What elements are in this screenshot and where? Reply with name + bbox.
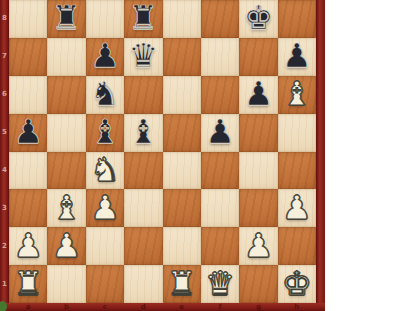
black-queen-d7[interactable]: ♛ xyxy=(129,39,159,72)
square-b3[interactable]: ♝ xyxy=(47,189,85,227)
square-b6[interactable] xyxy=(47,76,85,114)
square-d1[interactable] xyxy=(124,265,162,303)
file-label-b: b xyxy=(47,303,85,311)
white-king-h1[interactable]: ♚ xyxy=(282,267,312,300)
corner-indicator-dot xyxy=(0,301,7,311)
square-b7[interactable] xyxy=(47,38,85,76)
file-label-a: a xyxy=(9,303,47,311)
square-e8[interactable] xyxy=(163,0,201,38)
file-labels: abcdefgh xyxy=(9,303,316,311)
square-d8[interactable]: ♜ xyxy=(124,0,162,38)
square-g8[interactable]: ♚ xyxy=(239,0,277,38)
square-e2[interactable] xyxy=(163,227,201,265)
square-d3[interactable] xyxy=(124,189,162,227)
white-knight-c4[interactable]: ♞ xyxy=(90,153,120,186)
file-label-g: g xyxy=(239,303,277,311)
square-g3[interactable] xyxy=(239,189,277,227)
rank-label-6: 6 xyxy=(0,76,9,114)
black-bishop-d5[interactable]: ♝ xyxy=(129,115,159,148)
white-queen-f1[interactable]: ♛ xyxy=(205,267,235,300)
square-a8[interactable] xyxy=(9,0,47,38)
square-c3[interactable]: ♟ xyxy=(86,189,124,227)
rank-label-3: 3 xyxy=(0,189,9,227)
file-label-d: d xyxy=(124,303,162,311)
black-rook-b8[interactable]: ♜ xyxy=(52,1,82,34)
square-g7[interactable] xyxy=(239,38,277,76)
square-f8[interactable] xyxy=(201,0,239,38)
square-b5[interactable] xyxy=(47,114,85,152)
white-pawn-g2[interactable]: ♟ xyxy=(244,229,274,262)
black-king-g8[interactable]: ♚ xyxy=(244,1,274,34)
square-h5[interactable] xyxy=(278,114,316,152)
black-pawn-g6[interactable]: ♟ xyxy=(244,77,274,110)
square-f2[interactable] xyxy=(201,227,239,265)
square-a1[interactable]: ♜ xyxy=(9,265,47,303)
square-h2[interactable] xyxy=(278,227,316,265)
rank-label-8: 8 xyxy=(0,0,9,38)
square-c2[interactable] xyxy=(86,227,124,265)
square-a6[interactable] xyxy=(9,76,47,114)
white-pawn-h3[interactable]: ♟ xyxy=(282,191,312,224)
square-d7[interactable]: ♛ xyxy=(124,38,162,76)
white-rook-a1[interactable]: ♜ xyxy=(13,267,43,300)
black-bishop-c5[interactable]: ♝ xyxy=(90,115,120,148)
square-d2[interactable] xyxy=(124,227,162,265)
rank-labels: 87654321 xyxy=(0,0,9,303)
square-a2[interactable]: ♟ xyxy=(9,227,47,265)
chess-board-screenshot: 87654321 abcdefgh ♜♜♚♟♛♟♞♟♝♟♝♝♟♞♝♟♟♟♟♟♜♜… xyxy=(0,0,414,311)
square-a7[interactable] xyxy=(9,38,47,76)
white-bishop-h6[interactable]: ♝ xyxy=(282,77,312,110)
chess-board[interactable]: ♜♜♚♟♛♟♞♟♝♟♝♝♟♞♝♟♟♟♟♟♜♜♛♚ xyxy=(9,0,316,303)
square-c5[interactable]: ♝ xyxy=(86,114,124,152)
rank-label-4: 4 xyxy=(0,152,9,190)
square-h7[interactable]: ♟ xyxy=(278,38,316,76)
rank-label-5: 5 xyxy=(0,114,9,152)
square-c6[interactable]: ♞ xyxy=(86,76,124,114)
white-pawn-b2[interactable]: ♟ xyxy=(52,229,82,262)
black-pawn-a5[interactable]: ♟ xyxy=(13,115,43,148)
square-b8[interactable]: ♜ xyxy=(47,0,85,38)
rank-label-1: 1 xyxy=(0,265,9,303)
square-c1[interactable] xyxy=(86,265,124,303)
square-d4[interactable] xyxy=(124,152,162,190)
square-d5[interactable]: ♝ xyxy=(124,114,162,152)
square-h3[interactable]: ♟ xyxy=(278,189,316,227)
square-f4[interactable] xyxy=(201,152,239,190)
black-pawn-c7[interactable]: ♟ xyxy=(90,39,120,72)
square-h6[interactable]: ♝ xyxy=(278,76,316,114)
rank-label-7: 7 xyxy=(0,38,9,76)
square-a5[interactable]: ♟ xyxy=(9,114,47,152)
square-h4[interactable] xyxy=(278,152,316,190)
square-e6[interactable] xyxy=(163,76,201,114)
square-f7[interactable] xyxy=(201,38,239,76)
square-b4[interactable] xyxy=(47,152,85,190)
square-e7[interactable] xyxy=(163,38,201,76)
square-e4[interactable] xyxy=(163,152,201,190)
file-label-c: c xyxy=(86,303,124,311)
square-f3[interactable] xyxy=(201,189,239,227)
square-g2[interactable]: ♟ xyxy=(239,227,277,265)
file-label-e: e xyxy=(163,303,201,311)
square-g6[interactable]: ♟ xyxy=(239,76,277,114)
file-label-h: h xyxy=(278,303,316,311)
square-a3[interactable] xyxy=(9,189,47,227)
square-g1[interactable] xyxy=(239,265,277,303)
square-e1[interactable]: ♜ xyxy=(163,265,201,303)
square-f1[interactable]: ♛ xyxy=(201,265,239,303)
square-c8[interactable] xyxy=(86,0,124,38)
black-pawn-h7[interactable]: ♟ xyxy=(282,39,312,72)
square-h8[interactable] xyxy=(278,0,316,38)
square-g5[interactable] xyxy=(239,114,277,152)
square-e3[interactable] xyxy=(163,189,201,227)
white-pawn-c3[interactable]: ♟ xyxy=(90,191,120,224)
file-label-f: f xyxy=(201,303,239,311)
square-b1[interactable] xyxy=(47,265,85,303)
square-f5[interactable]: ♟ xyxy=(201,114,239,152)
rank-label-2: 2 xyxy=(0,227,9,265)
square-d6[interactable] xyxy=(124,76,162,114)
black-knight-c6[interactable]: ♞ xyxy=(90,77,120,110)
board-frame-right xyxy=(316,0,325,311)
square-e5[interactable] xyxy=(163,114,201,152)
square-h1[interactable]: ♚ xyxy=(278,265,316,303)
white-pawn-a2[interactable]: ♟ xyxy=(13,229,43,262)
square-a4[interactable] xyxy=(9,152,47,190)
white-rook-e1[interactable]: ♜ xyxy=(167,267,197,300)
black-pawn-f5[interactable]: ♟ xyxy=(205,115,235,148)
square-c4[interactable]: ♞ xyxy=(86,152,124,190)
black-rook-d8[interactable]: ♜ xyxy=(129,1,159,34)
square-c7[interactable]: ♟ xyxy=(86,38,124,76)
square-b2[interactable]: ♟ xyxy=(47,227,85,265)
square-f6[interactable] xyxy=(201,76,239,114)
white-bishop-b3[interactable]: ♝ xyxy=(52,191,82,224)
square-g4[interactable] xyxy=(239,152,277,190)
